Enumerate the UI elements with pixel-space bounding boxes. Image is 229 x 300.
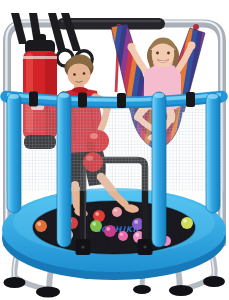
pole-cap — [154, 93, 164, 98]
net-pole — [57, 92, 71, 247]
play-ball-highlight — [92, 222, 96, 226]
leg-foot — [4, 277, 26, 288]
net-pole — [206, 93, 220, 213]
play-ball — [118, 231, 128, 241]
boy-collar — [72, 87, 88, 93]
boy-eye-left — [73, 73, 76, 76]
leg-foot — [36, 287, 60, 298]
play-ball-highlight — [37, 222, 41, 226]
girl-hand-left — [128, 43, 136, 51]
net-veil — [5, 102, 224, 191]
net-pole — [152, 92, 166, 247]
safety-net — [5, 102, 224, 191]
play-ball-highlight — [120, 233, 123, 236]
rail-strap — [117, 93, 126, 108]
play-ball-highlight — [114, 209, 117, 212]
rail-strap — [78, 93, 87, 108]
bag-top-stripe — [23, 56, 57, 59]
play-ball-highlight — [134, 220, 138, 224]
foam-grip-highlight — [61, 20, 161, 22]
play-ball-highlight — [183, 219, 187, 223]
pole-cap — [208, 94, 218, 99]
girl-hand-right — [188, 42, 196, 50]
boy-eye-right — [83, 72, 86, 75]
girl-eye-right — [167, 52, 170, 55]
pole-cap — [59, 93, 69, 98]
net-pole — [7, 93, 21, 213]
clamp-bolt — [143, 245, 146, 248]
clamp-bolt — [81, 245, 84, 248]
leg-foot — [169, 285, 193, 296]
play-ball — [35, 220, 47, 232]
trampoline-scene: ZCNHIKR — [0, 0, 229, 300]
girl-eye-left — [156, 52, 159, 55]
play-ball — [112, 207, 122, 217]
play-ball — [181, 217, 193, 229]
pole-cap — [9, 94, 19, 99]
leg-foot — [133, 285, 151, 294]
play-ball — [104, 225, 116, 237]
play-ball — [90, 220, 102, 232]
play-ball-highlight — [106, 227, 110, 231]
rail-strap — [29, 92, 38, 107]
play-ball-highlight — [135, 233, 139, 237]
product-photo: ZCNHIKR — [0, 0, 229, 300]
play-ball-highlight — [95, 212, 99, 216]
rail-strap — [186, 92, 195, 107]
leg-foot — [203, 276, 225, 287]
